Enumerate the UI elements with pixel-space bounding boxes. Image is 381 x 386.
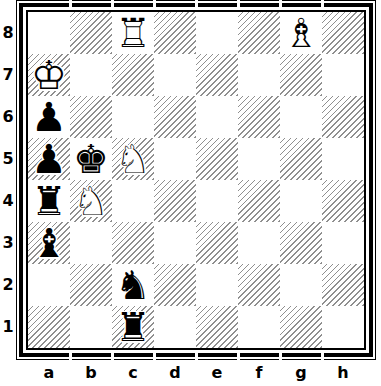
square-a3[interactable]: ♝ bbox=[28, 222, 70, 264]
square-h2[interactable] bbox=[322, 264, 364, 306]
square-f3[interactable] bbox=[238, 222, 280, 264]
border-tick bbox=[153, 0, 156, 8]
rank-label-6: 6 bbox=[0, 96, 16, 138]
rank-label-8: 8 bbox=[0, 12, 16, 54]
square-b5[interactable]: ♚ bbox=[70, 138, 112, 180]
square-b7[interactable] bbox=[70, 54, 112, 96]
border-tick bbox=[111, 0, 114, 8]
file-label-h: h bbox=[322, 360, 364, 386]
square-d2[interactable] bbox=[154, 264, 196, 306]
square-g6[interactable] bbox=[280, 96, 322, 138]
black-bishop-outline bbox=[28, 222, 70, 264]
square-c1[interactable]: ♜ bbox=[112, 306, 154, 348]
square-b3[interactable] bbox=[70, 222, 112, 264]
square-g8[interactable]: ♝♗ bbox=[280, 12, 322, 54]
board-border: ♜♖♝♗♚♔♟♟♚♞♘♜♞♘♝♞♜ bbox=[19, 3, 373, 357]
square-h4[interactable] bbox=[322, 180, 364, 222]
file-label-d: d bbox=[154, 360, 196, 386]
piece-white-bishop[interactable]: ♝♗ bbox=[280, 12, 322, 54]
square-e3[interactable] bbox=[196, 222, 238, 264]
square-c5[interactable]: ♞♘ bbox=[112, 138, 154, 180]
square-d6[interactable] bbox=[154, 96, 196, 138]
square-a6[interactable]: ♟ bbox=[28, 96, 70, 138]
border-tick bbox=[195, 352, 198, 360]
file-label-g: g bbox=[280, 360, 322, 386]
square-e7[interactable] bbox=[196, 54, 238, 96]
file-labels: abcdefgh bbox=[28, 360, 364, 386]
square-d3[interactable] bbox=[154, 222, 196, 264]
black-pawn-outline bbox=[28, 96, 70, 138]
square-f7[interactable] bbox=[238, 54, 280, 96]
rank-label-7: 7 bbox=[0, 54, 16, 96]
square-a5[interactable]: ♟ bbox=[28, 138, 70, 180]
square-h3[interactable] bbox=[322, 222, 364, 264]
chess-diagram: 87654321 ♜♖♝♗♚♔♟♟♚♞♘♜♞♘♝♞♜ abcdefgh bbox=[0, 0, 381, 386]
black-rook-outline bbox=[112, 306, 154, 348]
piece-white-knight[interactable]: ♞♘ bbox=[70, 180, 112, 222]
piece-white-knight[interactable]: ♞♘ bbox=[112, 138, 154, 180]
square-d1[interactable] bbox=[154, 306, 196, 348]
square-d8[interactable] bbox=[154, 12, 196, 54]
square-f5[interactable] bbox=[238, 138, 280, 180]
rank-label-1: 1 bbox=[0, 306, 16, 348]
square-a7[interactable]: ♚♔ bbox=[28, 54, 70, 96]
board-frame: ♜♖♝♗♚♔♟♟♚♞♘♜♞♘♝♞♜ bbox=[16, 0, 376, 360]
square-g4[interactable] bbox=[280, 180, 322, 222]
white-rook-outline: ♖ bbox=[112, 12, 154, 54]
black-pawn-outline bbox=[28, 138, 70, 180]
piece-black-rook[interactable]: ♜ bbox=[28, 180, 70, 222]
square-h5[interactable] bbox=[322, 138, 364, 180]
square-h6[interactable] bbox=[322, 96, 364, 138]
piece-black-pawn[interactable]: ♟ bbox=[28, 96, 70, 138]
square-a8[interactable] bbox=[28, 12, 70, 54]
border-tick bbox=[69, 0, 72, 8]
black-knight-outline bbox=[112, 264, 154, 306]
border-tick bbox=[321, 0, 324, 8]
file-label-c: c bbox=[112, 360, 154, 386]
white-knight-outline: ♘ bbox=[112, 138, 154, 180]
black-rook-outline bbox=[28, 180, 70, 222]
piece-white-rook[interactable]: ♜♖ bbox=[112, 12, 154, 54]
square-e1[interactable] bbox=[196, 306, 238, 348]
square-a1[interactable] bbox=[28, 306, 70, 348]
white-knight-outline: ♘ bbox=[70, 180, 112, 222]
white-king-outline: ♔ bbox=[28, 54, 70, 96]
square-f6[interactable] bbox=[238, 96, 280, 138]
square-b6[interactable] bbox=[70, 96, 112, 138]
square-e2[interactable] bbox=[196, 264, 238, 306]
border-tick bbox=[69, 352, 72, 360]
rank-label-2: 2 bbox=[0, 264, 16, 306]
square-a2[interactable] bbox=[28, 264, 70, 306]
square-c2[interactable]: ♞ bbox=[112, 264, 154, 306]
rank-labels: 87654321 bbox=[0, 12, 16, 348]
square-g1[interactable] bbox=[280, 306, 322, 348]
rank-label-3: 3 bbox=[0, 222, 16, 264]
square-c8[interactable]: ♜♖ bbox=[112, 12, 154, 54]
white-bishop-outline: ♗ bbox=[280, 12, 322, 54]
board-inner-border: ♜♖♝♗♚♔♟♟♚♞♘♜♞♘♝♞♜ bbox=[26, 10, 366, 350]
square-e8[interactable] bbox=[196, 12, 238, 54]
piece-black-bishop[interactable]: ♝ bbox=[28, 222, 70, 264]
square-g7[interactable] bbox=[280, 54, 322, 96]
border-tick bbox=[237, 352, 240, 360]
black-king-outline bbox=[70, 138, 112, 180]
square-g2[interactable] bbox=[280, 264, 322, 306]
square-d4[interactable] bbox=[154, 180, 196, 222]
square-c6[interactable] bbox=[112, 96, 154, 138]
border-tick bbox=[279, 0, 282, 8]
border-tick bbox=[321, 352, 324, 360]
square-b4[interactable]: ♞♘ bbox=[70, 180, 112, 222]
square-b8[interactable] bbox=[70, 12, 112, 54]
square-b1[interactable] bbox=[70, 306, 112, 348]
rank-label-5: 5 bbox=[0, 138, 16, 180]
square-h8[interactable] bbox=[322, 12, 364, 54]
square-e6[interactable] bbox=[196, 96, 238, 138]
square-h7[interactable] bbox=[322, 54, 364, 96]
square-g5[interactable] bbox=[280, 138, 322, 180]
file-label-a: a bbox=[28, 360, 70, 386]
square-h1[interactable] bbox=[322, 306, 364, 348]
square-d5[interactable] bbox=[154, 138, 196, 180]
square-a4[interactable]: ♜ bbox=[28, 180, 70, 222]
piece-white-king[interactable]: ♚♔ bbox=[28, 54, 70, 96]
file-label-b: b bbox=[70, 360, 112, 386]
file-label-e: e bbox=[196, 360, 238, 386]
square-f8[interactable] bbox=[238, 12, 280, 54]
chess-board: ♜♖♝♗♚♔♟♟♚♞♘♜♞♘♝♞♜ bbox=[28, 12, 364, 348]
square-c7[interactable] bbox=[112, 54, 154, 96]
piece-black-king[interactable]: ♚ bbox=[70, 138, 112, 180]
square-f4[interactable] bbox=[238, 180, 280, 222]
piece-black-pawn[interactable]: ♟ bbox=[28, 138, 70, 180]
border-tick bbox=[195, 0, 198, 8]
piece-black-knight[interactable]: ♞ bbox=[112, 264, 154, 306]
border-tick bbox=[279, 352, 282, 360]
border-tick bbox=[111, 352, 114, 360]
square-d7[interactable] bbox=[154, 54, 196, 96]
piece-black-rook[interactable]: ♜ bbox=[112, 306, 154, 348]
square-f2[interactable] bbox=[238, 264, 280, 306]
square-g3[interactable] bbox=[280, 222, 322, 264]
border-tick bbox=[153, 352, 156, 360]
square-e5[interactable] bbox=[196, 138, 238, 180]
border-tick bbox=[237, 0, 240, 8]
square-c4[interactable] bbox=[112, 180, 154, 222]
square-e4[interactable] bbox=[196, 180, 238, 222]
square-f1[interactable] bbox=[238, 306, 280, 348]
rank-label-4: 4 bbox=[0, 180, 16, 222]
file-label-f: f bbox=[238, 360, 280, 386]
square-b2[interactable] bbox=[70, 264, 112, 306]
square-c3[interactable] bbox=[112, 222, 154, 264]
